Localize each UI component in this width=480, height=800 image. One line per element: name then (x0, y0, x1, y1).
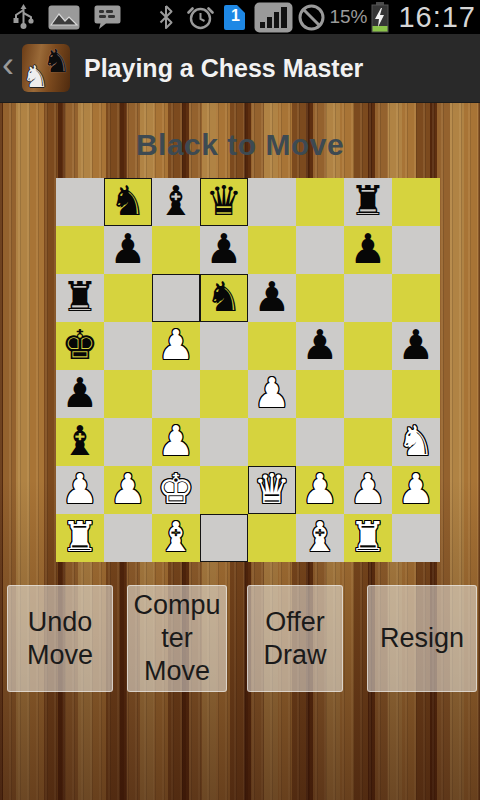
square-e3[interactable] (248, 418, 296, 466)
square-h7[interactable] (392, 226, 440, 274)
signal-strength-icon (254, 2, 293, 33)
square-b2[interactable]: ♟ (104, 466, 152, 514)
square-d4[interactable] (200, 370, 248, 418)
square-h4[interactable] (392, 370, 440, 418)
bbm-chat-icon (94, 5, 121, 30)
square-b4[interactable] (104, 370, 152, 418)
back-button[interactable]: ‹ (2, 47, 18, 83)
square-g2[interactable]: ♟ (344, 466, 392, 514)
bluetooth-icon (158, 4, 174, 30)
square-a4[interactable]: ♟ (56, 370, 104, 418)
black-king: ♚ (62, 325, 99, 366)
chess-board: ♞♝♛♜♟♟♟♜♞♟♚♟♟♟♟♟♝♟♞♟♟♚♛♟♟♟♜♝♝♜ (56, 178, 440, 562)
app-icon: ♞ ♞ (22, 44, 70, 92)
button-label-line: Undo (28, 606, 93, 639)
offer-draw-button[interactable]: OfferDraw (247, 585, 343, 692)
square-g3[interactable] (344, 418, 392, 466)
square-a1[interactable]: ♜ (56, 514, 104, 562)
square-f8[interactable] (296, 178, 344, 226)
black-rook: ♜ (62, 277, 99, 318)
square-e8[interactable] (248, 178, 296, 226)
square-h3[interactable]: ♞ (392, 418, 440, 466)
square-f6[interactable] (296, 274, 344, 322)
app-screen: 1 15% (0, 0, 480, 800)
square-f3[interactable] (296, 418, 344, 466)
black-knight: ♞ (206, 277, 243, 318)
white-pawn: ♟ (350, 469, 387, 510)
square-d8[interactable]: ♛ (200, 178, 248, 226)
battery-charging-icon (371, 2, 389, 33)
computer-move-button[interactable]: ComputerMove (127, 585, 227, 692)
square-b3[interactable] (104, 418, 152, 466)
square-b6[interactable] (104, 274, 152, 322)
white-pawn: ♟ (158, 325, 195, 366)
square-d6[interactable]: ♞ (200, 274, 248, 322)
white-knight: ♞ (398, 421, 435, 462)
button-label-line: ter (161, 622, 193, 655)
square-f1[interactable]: ♝ (296, 514, 344, 562)
square-e5[interactable] (248, 322, 296, 370)
square-a3[interactable]: ♝ (56, 418, 104, 466)
square-c2[interactable]: ♚ (152, 466, 200, 514)
white-rook: ♜ (350, 517, 387, 558)
square-b5[interactable] (104, 322, 152, 370)
resign-button[interactable]: Resign (367, 585, 477, 692)
square-f2[interactable]: ♟ (296, 466, 344, 514)
square-h1[interactable] (392, 514, 440, 562)
square-b1[interactable] (104, 514, 152, 562)
square-c7[interactable] (152, 226, 200, 274)
square-a2[interactable]: ♟ (56, 466, 104, 514)
square-h5[interactable]: ♟ (392, 322, 440, 370)
square-b8[interactable]: ♞ (104, 178, 152, 226)
button-label-line: Move (144, 655, 210, 688)
square-e2[interactable]: ♛ (248, 466, 296, 514)
white-pawn: ♟ (158, 421, 195, 462)
button-label-line: Offer (265, 606, 325, 639)
square-a8[interactable] (56, 178, 104, 226)
square-e4[interactable]: ♟ (248, 370, 296, 418)
square-d7[interactable]: ♟ (200, 226, 248, 274)
white-pawn: ♟ (110, 469, 147, 510)
black-queen: ♛ (206, 181, 243, 222)
white-queen: ♛ (254, 469, 291, 510)
clock-label: 16:17 (398, 1, 476, 34)
white-pawn: ♟ (62, 469, 99, 510)
square-f5[interactable]: ♟ (296, 322, 344, 370)
status-bar: 1 15% (0, 0, 480, 34)
black-pawn: ♟ (398, 325, 435, 366)
square-g5[interactable] (344, 322, 392, 370)
alarm-icon (187, 4, 214, 31)
button-label-line: Resign (380, 622, 464, 655)
white-pawn: ♟ (398, 469, 435, 510)
square-h8[interactable] (392, 178, 440, 226)
black-pawn: ♟ (206, 229, 243, 270)
turn-indicator: Black to Move (0, 128, 480, 162)
white-king: ♚ (158, 469, 195, 510)
gallery-icon (48, 5, 80, 30)
square-e7[interactable] (248, 226, 296, 274)
button-label-line: Compu (133, 589, 220, 622)
white-pawn: ♟ (254, 373, 291, 414)
square-f4[interactable] (296, 370, 344, 418)
white-bishop: ♝ (302, 517, 339, 558)
black-rook: ♜ (350, 181, 387, 222)
square-g6[interactable] (344, 274, 392, 322)
black-pawn: ♟ (254, 277, 291, 318)
no-signal-icon (297, 3, 326, 32)
black-pawn: ♟ (350, 229, 387, 270)
sim-card-icon: 1 (223, 4, 247, 31)
black-bishop: ♝ (62, 421, 99, 462)
black-pawn: ♟ (110, 229, 147, 270)
square-c3[interactable]: ♟ (152, 418, 200, 466)
black-knight: ♞ (110, 181, 147, 222)
square-d5[interactable] (200, 322, 248, 370)
button-label-line: Move (27, 639, 93, 672)
square-f7[interactable] (296, 226, 344, 274)
square-g8[interactable]: ♜ (344, 178, 392, 226)
square-a5[interactable]: ♚ (56, 322, 104, 370)
square-c1[interactable]: ♝ (152, 514, 200, 562)
black-pawn: ♟ (62, 373, 99, 414)
square-g1[interactable]: ♜ (344, 514, 392, 562)
black-pawn: ♟ (302, 325, 339, 366)
usb-icon (12, 4, 35, 31)
square-d1[interactable] (200, 514, 248, 562)
square-e6[interactable]: ♟ (248, 274, 296, 322)
square-b7[interactable]: ♟ (104, 226, 152, 274)
square-e1[interactable] (248, 514, 296, 562)
square-a7[interactable] (56, 226, 104, 274)
action-bar: ‹ ♞ ♞ Playing a Chess Master (0, 34, 480, 103)
square-c4[interactable] (152, 370, 200, 418)
button-label-line: Draw (263, 639, 326, 672)
square-a6[interactable]: ♜ (56, 274, 104, 322)
square-d2[interactable] (200, 466, 248, 514)
white-rook: ♜ (62, 517, 99, 558)
undo-move-button[interactable]: UndoMove (7, 585, 113, 692)
black-bishop: ♝ (158, 181, 195, 222)
white-pawn: ♟ (302, 469, 339, 510)
battery-percent-label: 15% (329, 6, 367, 28)
square-c6[interactable] (152, 274, 200, 322)
square-d3[interactable] (200, 418, 248, 466)
square-h2[interactable]: ♟ (392, 466, 440, 514)
square-g7[interactable]: ♟ (344, 226, 392, 274)
page-title: Playing a Chess Master (84, 54, 363, 83)
black-knight-icon: ♞ (42, 44, 70, 80)
square-g4[interactable] (344, 370, 392, 418)
square-c5[interactable]: ♟ (152, 322, 200, 370)
square-h6[interactable] (392, 274, 440, 322)
white-bishop: ♝ (158, 517, 195, 558)
sim-badge: 1 (223, 7, 247, 25)
square-c8[interactable]: ♝ (152, 178, 200, 226)
